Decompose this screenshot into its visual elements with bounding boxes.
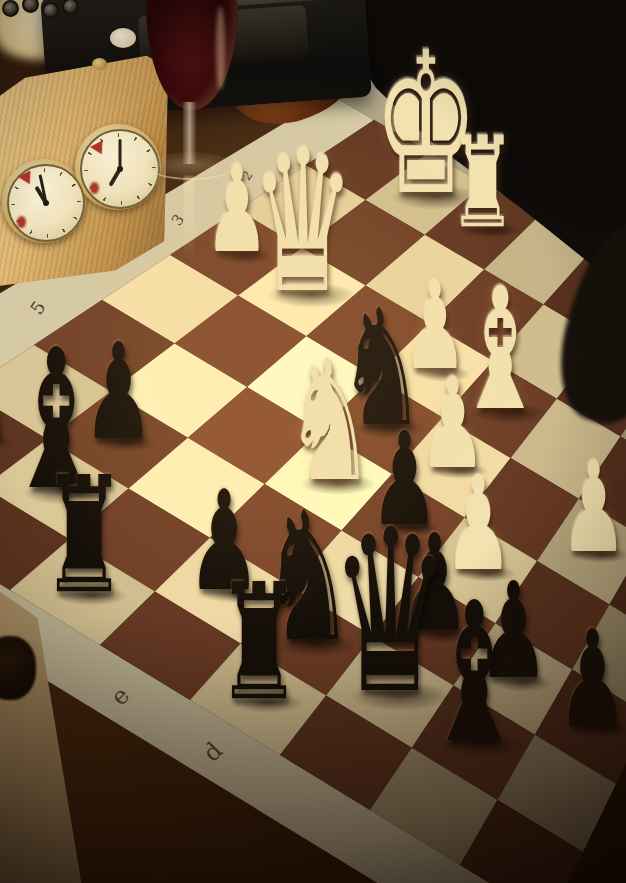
clock-left-dial-center xyxy=(43,200,49,206)
clock-button-white[interactable] xyxy=(110,28,136,48)
typewriter-key xyxy=(42,2,59,19)
clock-button-brass[interactable] xyxy=(92,58,107,70)
photo-scene: 10:58 7:00 3r1rk1/1bqnp1bp/ppp3p1/2PpN3/… xyxy=(0,0,626,883)
clock-right-dial-minute-hand xyxy=(119,139,122,169)
wine-glass-highlight xyxy=(216,6,225,90)
clock-left-dial xyxy=(7,164,85,242)
piece-white-rook-f1[interactable]: ♜ xyxy=(445,120,520,245)
typewriter-key xyxy=(2,0,19,17)
piece-white-pawn-b4[interactable]: ♟ xyxy=(556,445,626,570)
piece-black-rook-f8[interactable]: ♜ xyxy=(36,456,132,616)
wine-glass-reflection xyxy=(184,176,194,262)
clock-left-dial-red-marker xyxy=(17,216,26,228)
piece-black-bishop-b7[interactable]: ♝ xyxy=(417,577,533,770)
piece-black-rook-d8[interactable]: ♜ xyxy=(211,563,307,723)
piece-black-pawn-a6[interactable]: ♟ xyxy=(553,613,626,746)
piece-black-pawn-h7[interactable]: ♟ xyxy=(0,321,15,459)
clock-right-dial-center xyxy=(117,166,123,172)
